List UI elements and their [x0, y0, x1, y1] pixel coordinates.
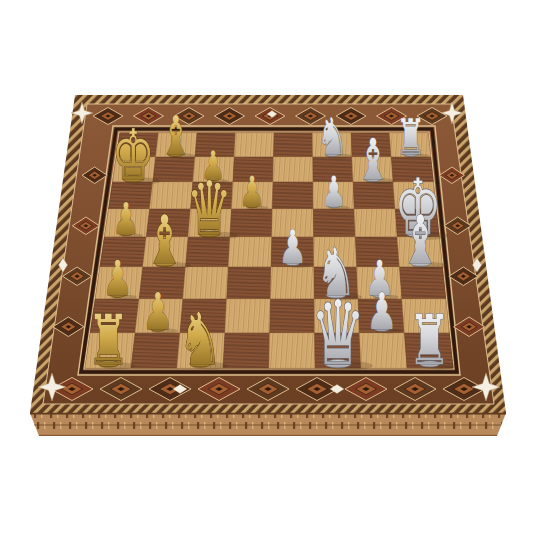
piece-glyph-bishop: ♝ [144, 202, 185, 280]
piece-glyph-queen: ♛ [310, 281, 365, 384]
gold-pawn-d1: ♟ [112, 193, 143, 244]
piece-glyph-pawn: ♟ [112, 193, 139, 244]
gold-bishop-e2: ♝ [144, 202, 191, 280]
chessboard-photo: ♝♞♜♚♟♝♟♟♟♛♚♝♝♟♟♞♟♟♟♜♞♛♜ [0, 0, 536, 536]
piece-glyph-pawn: ♟ [321, 167, 347, 215]
piece-glyph-knight: ♞ [178, 296, 223, 381]
silver-rook-h8: ♜ [408, 300, 457, 380]
piece-glyph-rook: ♜ [408, 300, 451, 380]
piece-glyph-pawn: ♟ [103, 250, 133, 307]
piece-glyph-rook: ♜ [396, 109, 426, 166]
gold-pawn-c4: ♟ [239, 167, 268, 215]
piece-glyph-bishop: ♝ [159, 104, 192, 167]
gold-pawn-f1: ♟ [103, 250, 137, 307]
piece-glyph-pawn: ♟ [278, 220, 307, 273]
gold-queen-d3: ♛ [186, 165, 238, 251]
piece-glyph-king: ♚ [111, 114, 154, 195]
gold-bishop-a2: ♝ [159, 104, 197, 167]
piece-glyph-knight: ♞ [317, 108, 349, 166]
piece-glyph-bishop: ♝ [400, 202, 441, 280]
silver-bishop-e8: ♝ [400, 202, 447, 280]
piece-glyph-pawn: ♟ [142, 281, 174, 340]
board-front-face [30, 413, 506, 436]
piece-glyph-bishop: ♝ [355, 127, 390, 193]
gold-rook-h1: ♜ [87, 300, 136, 380]
piece-glyph-pawn: ♟ [366, 281, 398, 340]
gold-knight-h3: ♞ [178, 296, 229, 381]
gold-pawn-g2: ♟ [142, 281, 178, 340]
silver-pawn-g7: ♟ [366, 281, 402, 340]
silver-rook-a8: ♜ [396, 109, 430, 166]
gold-king-b1: ♚ [111, 114, 160, 195]
silver-queen-h6: ♛ [310, 281, 372, 384]
photo-canvas: ♝♞♜♚♟♝♟♟♟♛♚♝♝♟♟♞♟♟♟♜♞♛♜ [0, 0, 536, 536]
silver-knight-a6: ♞ [317, 108, 353, 166]
piece-glyph-rook: ♜ [87, 300, 130, 380]
silver-pawn-e5: ♟ [278, 220, 310, 273]
silver-bishop-b7: ♝ [355, 127, 395, 193]
piece-glyph-queen: ♛ [186, 165, 232, 251]
silver-pawn-c6: ♟ [321, 167, 350, 215]
piece-glyph-pawn: ♟ [239, 167, 265, 215]
